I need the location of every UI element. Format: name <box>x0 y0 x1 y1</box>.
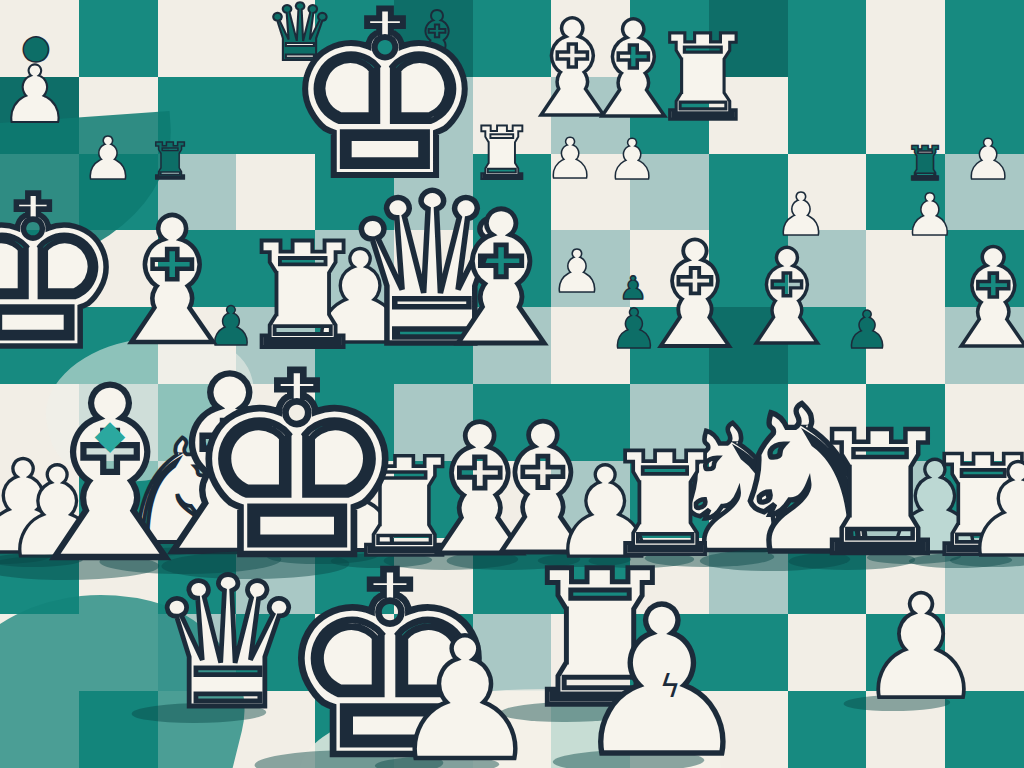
chess-illustration-canvas: ●♟♟♜♛♚♝♟♜♝♟♝♟♜♜♟♚♝♟♜♟♛♝♟♟♟♝♟♝♟♟♝♟♟♝◆♞♝♚♟… <box>0 0 1024 768</box>
piece-white-pawn[interactable]: ♟ <box>390 635 541 766</box>
piece-white-bishop[interactable]: ♝ <box>932 246 1024 352</box>
piece-teal-rook[interactable]: ♜ <box>147 142 193 182</box>
piece-accent-diamond: ◆ <box>95 414 126 454</box>
piece-white-pawn[interactable]: ♟ <box>963 138 1013 182</box>
piece-white-pawn[interactable]: ♟ <box>607 138 657 182</box>
piece-white-pawn[interactable]: ♟ <box>857 592 985 704</box>
piece-white-bishop[interactable]: ♝ <box>419 208 584 352</box>
piece-teal-pawn[interactable]: ♟ <box>844 310 891 351</box>
piece-white-rook[interactable]: ♜ <box>650 32 756 124</box>
piece-accent-bolt: ϟ <box>659 670 680 702</box>
pieces-layer: ●♟♟♜♛♚♝♟♜♝♟♝♟♜♜♟♚♝♟♜♟♛♝♟♟♟♝♟♝♟♟♝♟♟♝◆♞♝♚♟… <box>0 0 1024 768</box>
piece-white-pawn[interactable]: ♟ <box>0 65 70 127</box>
piece-white-pawn[interactable]: ♟ <box>961 461 1024 561</box>
piece-teal-rook[interactable]: ♜ <box>904 146 946 183</box>
piece-white-bishop[interactable]: ♝ <box>630 239 761 353</box>
piece-white-king[interactable]: ♚ <box>0 192 127 355</box>
